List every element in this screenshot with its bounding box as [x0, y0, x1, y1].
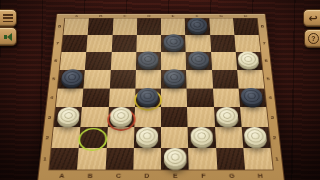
square-h3 [240, 107, 268, 127]
piece-light-a3[interactable] [57, 107, 80, 124]
rank-label-3: 3 [267, 108, 278, 128]
square-b8[interactable] [88, 18, 113, 35]
square-h4[interactable] [238, 88, 266, 107]
square-b4[interactable] [82, 88, 109, 107]
square-f3 [187, 107, 214, 127]
rank-label-2: 2 [269, 128, 280, 149]
square-a1[interactable] [49, 148, 79, 170]
square-g4 [213, 88, 240, 107]
square-b5 [84, 70, 111, 88]
square-g2 [215, 127, 243, 148]
square-a6 [60, 52, 87, 70]
square-f2[interactable] [188, 127, 216, 148]
speaker-icon [4, 33, 12, 41]
square-f1 [188, 148, 216, 170]
square-c4 [108, 88, 135, 107]
square-h1 [243, 148, 273, 170]
square-a5[interactable] [58, 70, 85, 88]
move-list-icon [3, 14, 13, 22]
board-grid [48, 18, 274, 171]
file-label-g: G [217, 171, 246, 180]
piece-light-f2[interactable] [190, 127, 213, 145]
square-c5[interactable] [109, 70, 135, 88]
rank-label-6: 6 [261, 52, 271, 70]
square-d6[interactable] [136, 52, 161, 70]
square-a8 [63, 18, 89, 35]
square-g5[interactable] [212, 70, 239, 88]
piece-light-h6[interactable] [238, 52, 260, 67]
square-g8 [209, 18, 234, 35]
file-labels-top: ABCDEFGH [64, 14, 257, 18]
rank-label-5: 5 [263, 70, 273, 89]
square-d4[interactable] [135, 88, 161, 107]
square-d7 [136, 35, 161, 52]
square-a4 [56, 88, 84, 107]
rank-label-4: 4 [265, 88, 275, 107]
square-h2[interactable] [241, 127, 270, 148]
square-d5 [135, 70, 161, 88]
square-a3[interactable] [54, 107, 82, 127]
square-c3[interactable] [107, 107, 134, 127]
file-label-e: E [161, 171, 189, 180]
square-c1[interactable] [105, 148, 133, 170]
piece-light-d2[interactable] [136, 127, 158, 145]
square-e8 [161, 18, 185, 35]
square-f5 [186, 70, 212, 88]
undo-arrow-icon: ↩ [308, 11, 317, 25]
file-label-d: D [133, 171, 161, 180]
file-label-c: C [113, 14, 137, 18]
question-mark-icon: ? [308, 33, 319, 44]
rank-label-7: 7 [259, 34, 269, 51]
help-button[interactable]: ? [304, 29, 320, 48]
file-label-e: E [161, 14, 185, 18]
square-f6[interactable] [186, 52, 212, 70]
undo-button[interactable]: ↩ [303, 9, 320, 27]
piece-dark-f6[interactable] [188, 52, 209, 67]
square-e5[interactable] [161, 70, 187, 88]
square-c7[interactable] [111, 35, 136, 52]
piece-dark-e5[interactable] [163, 69, 184, 85]
file-label-f: F [189, 171, 218, 180]
square-d8[interactable] [137, 18, 161, 35]
rank-label-8: 8 [258, 18, 268, 35]
square-c6 [110, 52, 136, 70]
file-label-h: H [246, 171, 275, 180]
move-list-button[interactable] [0, 9, 17, 27]
square-f8[interactable] [185, 18, 210, 35]
square-e6 [161, 52, 186, 70]
square-g3[interactable] [214, 107, 242, 127]
file-label-b: B [89, 14, 113, 18]
file-labels-bottom: ABCDEFGH [47, 171, 275, 180]
file-label-a: A [47, 171, 76, 180]
checkers-board: ABCDEFGH ABCDEFGH 87654321 87654321 [37, 14, 285, 180]
square-a7[interactable] [62, 35, 88, 52]
square-g7[interactable] [210, 35, 236, 52]
piece-light-e1[interactable] [164, 148, 187, 166]
square-h7 [234, 35, 260, 52]
square-h5 [237, 70, 264, 88]
file-label-d: D [137, 14, 161, 18]
piece-dark-a5[interactable] [61, 69, 83, 85]
square-b1 [77, 148, 106, 170]
square-b2[interactable] [79, 127, 107, 148]
file-label-c: C [104, 171, 133, 180]
square-g6 [211, 52, 237, 70]
piece-light-g3[interactable] [216, 107, 239, 124]
file-label-h: H [233, 14, 257, 18]
square-e4 [161, 88, 187, 107]
square-h6[interactable] [236, 52, 263, 70]
piece-dark-f8[interactable] [187, 18, 207, 32]
square-b3 [81, 107, 109, 127]
square-g1[interactable] [216, 148, 245, 170]
sound-button[interactable] [0, 27, 17, 46]
square-a2 [52, 127, 81, 148]
file-label-g: G [209, 14, 233, 18]
square-b6[interactable] [85, 52, 111, 70]
file-label-b: B [76, 171, 105, 180]
square-e7[interactable] [161, 35, 186, 52]
piece-dark-e7[interactable] [163, 35, 183, 50]
rank-label-1: 1 [271, 149, 282, 171]
square-e2 [161, 127, 188, 148]
checkers-app-screen: ABCDEFGH ABCDEFGH 87654321 87654321 ↩ ? [0, 0, 320, 180]
square-b7 [86, 35, 112, 52]
file-label-a: A [64, 14, 88, 18]
square-c8 [112, 18, 137, 35]
square-h8[interactable] [233, 18, 259, 35]
square-d2[interactable] [134, 127, 161, 148]
piece-dark-d6[interactable] [138, 52, 159, 67]
piece-light-h2[interactable] [244, 127, 268, 145]
square-e1[interactable] [161, 148, 189, 170]
piece-dark-h4[interactable] [241, 88, 264, 104]
square-d1 [133, 148, 161, 170]
square-f4[interactable] [187, 88, 214, 107]
square-f7 [185, 35, 210, 52]
square-e3[interactable] [161, 107, 188, 127]
